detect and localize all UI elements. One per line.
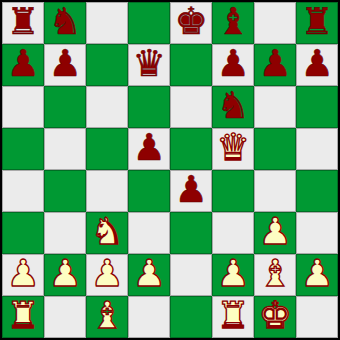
square-h4[interactable] (296, 170, 338, 212)
piece-white-rook[interactable]: ♜ (216, 296, 249, 337)
square-b2[interactable]: ♟ (44, 254, 86, 296)
square-f4[interactable] (212, 170, 254, 212)
square-a3[interactable] (2, 212, 44, 254)
square-h8[interactable]: ♜ (296, 2, 338, 44)
piece-white-pawn[interactable]: ♟ (48, 254, 81, 295)
piece-black-pawn[interactable]: ♟ (132, 128, 165, 169)
square-f7[interactable]: ♟ (212, 44, 254, 86)
square-a6[interactable] (2, 86, 44, 128)
piece-white-rook[interactable]: ♜ (6, 296, 39, 337)
chess-board: ♜♞♚♝♜♟♟♛♟♟♟♞♟♛♟♞♟♟♟♟♟♟♝♟♜♝♜♚ (0, 0, 340, 340)
square-d3[interactable] (128, 212, 170, 254)
square-h5[interactable] (296, 128, 338, 170)
square-c8[interactable] (86, 2, 128, 44)
square-b3[interactable] (44, 212, 86, 254)
square-d8[interactable] (128, 2, 170, 44)
square-h7[interactable]: ♟ (296, 44, 338, 86)
piece-black-rook[interactable]: ♜ (6, 2, 39, 43)
piece-white-pawn[interactable]: ♟ (132, 254, 165, 295)
square-g7[interactable]: ♟ (254, 44, 296, 86)
square-a8[interactable]: ♜ (2, 2, 44, 44)
square-a2[interactable]: ♟ (2, 254, 44, 296)
square-b6[interactable] (44, 86, 86, 128)
square-f1[interactable]: ♜ (212, 296, 254, 338)
square-a7[interactable]: ♟ (2, 44, 44, 86)
square-a4[interactable] (2, 170, 44, 212)
square-e3[interactable] (170, 212, 212, 254)
square-d2[interactable]: ♟ (128, 254, 170, 296)
piece-black-pawn[interactable]: ♟ (174, 170, 207, 211)
square-b1[interactable] (44, 296, 86, 338)
piece-white-pawn[interactable]: ♟ (216, 254, 249, 295)
square-c5[interactable] (86, 128, 128, 170)
piece-black-knight[interactable]: ♞ (48, 2, 81, 43)
piece-black-bishop[interactable]: ♝ (216, 2, 249, 43)
square-e6[interactable] (170, 86, 212, 128)
square-g2[interactable]: ♝ (254, 254, 296, 296)
square-h3[interactable] (296, 212, 338, 254)
piece-black-pawn[interactable]: ♟ (216, 44, 249, 85)
square-g6[interactable] (254, 86, 296, 128)
square-b4[interactable] (44, 170, 86, 212)
square-c3[interactable]: ♞ (86, 212, 128, 254)
square-e7[interactable] (170, 44, 212, 86)
square-e8[interactable]: ♚ (170, 2, 212, 44)
square-f8[interactable]: ♝ (212, 2, 254, 44)
square-f6[interactable]: ♞ (212, 86, 254, 128)
square-b5[interactable] (44, 128, 86, 170)
square-c1[interactable]: ♝ (86, 296, 128, 338)
square-b7[interactable]: ♟ (44, 44, 86, 86)
square-e1[interactable] (170, 296, 212, 338)
piece-black-rook[interactable]: ♜ (300, 2, 333, 43)
square-h1[interactable] (296, 296, 338, 338)
piece-white-bishop[interactable]: ♝ (90, 296, 123, 337)
square-h2[interactable]: ♟ (296, 254, 338, 296)
square-c6[interactable] (86, 86, 128, 128)
square-g3[interactable]: ♟ (254, 212, 296, 254)
square-c7[interactable] (86, 44, 128, 86)
piece-black-pawn[interactable]: ♟ (48, 44, 81, 85)
square-d1[interactable] (128, 296, 170, 338)
piece-white-pawn[interactable]: ♟ (6, 254, 39, 295)
piece-white-king[interactable]: ♚ (258, 296, 291, 337)
piece-white-pawn[interactable]: ♟ (90, 254, 123, 295)
square-h6[interactable] (296, 86, 338, 128)
square-f5[interactable]: ♛ (212, 128, 254, 170)
square-b8[interactable]: ♞ (44, 2, 86, 44)
square-e5[interactable] (170, 128, 212, 170)
piece-white-bishop[interactable]: ♝ (258, 254, 291, 295)
square-d4[interactable] (128, 170, 170, 212)
piece-white-queen[interactable]: ♛ (216, 128, 249, 169)
square-e4[interactable]: ♟ (170, 170, 212, 212)
square-g8[interactable] (254, 2, 296, 44)
square-d6[interactable] (128, 86, 170, 128)
piece-black-pawn[interactable]: ♟ (300, 44, 333, 85)
square-c2[interactable]: ♟ (86, 254, 128, 296)
square-a1[interactable]: ♜ (2, 296, 44, 338)
square-d7[interactable]: ♛ (128, 44, 170, 86)
piece-black-pawn[interactable]: ♟ (258, 44, 291, 85)
square-c4[interactable] (86, 170, 128, 212)
piece-black-queen[interactable]: ♛ (132, 44, 165, 85)
square-e2[interactable] (170, 254, 212, 296)
piece-black-knight[interactable]: ♞ (216, 86, 249, 127)
piece-black-king[interactable]: ♚ (174, 2, 207, 43)
square-a5[interactable] (2, 128, 44, 170)
square-d5[interactable]: ♟ (128, 128, 170, 170)
piece-white-pawn[interactable]: ♟ (258, 212, 291, 253)
square-g1[interactable]: ♚ (254, 296, 296, 338)
square-g4[interactable] (254, 170, 296, 212)
piece-black-pawn[interactable]: ♟ (6, 44, 39, 85)
piece-white-knight[interactable]: ♞ (90, 212, 123, 253)
square-g5[interactable] (254, 128, 296, 170)
square-f3[interactable] (212, 212, 254, 254)
piece-white-pawn[interactable]: ♟ (300, 254, 333, 295)
square-f2[interactable]: ♟ (212, 254, 254, 296)
